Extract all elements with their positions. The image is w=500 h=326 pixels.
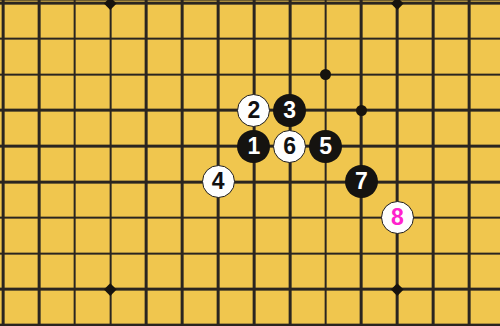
stone-black-7: 7	[345, 165, 378, 198]
star-point	[356, 105, 367, 116]
star-point	[391, 0, 403, 9]
star-point	[391, 283, 403, 295]
star-point	[320, 69, 331, 80]
stone-white-4: 4	[202, 165, 235, 198]
star-point	[105, 0, 117, 9]
stone-black-5: 5	[309, 130, 342, 163]
stone-white-8: 8	[381, 201, 414, 234]
board-grid: 12345678	[0, 0, 487, 326]
stone-black-1: 1	[237, 130, 270, 163]
stone-white-6: 6	[273, 130, 306, 163]
goban-diagram: 12345678	[0, 0, 500, 326]
stone-white-2: 2	[237, 94, 270, 127]
star-point	[105, 283, 117, 295]
stone-black-3: 3	[273, 94, 306, 127]
